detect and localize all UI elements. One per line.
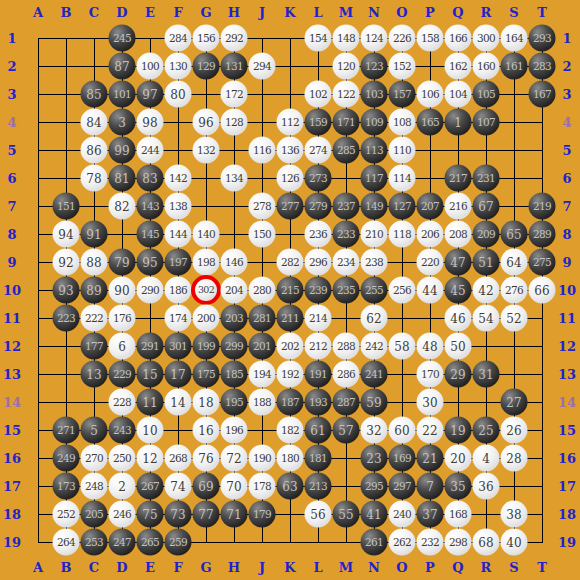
move-number: 48 (422, 340, 437, 352)
move-number: 99 (114, 144, 129, 156)
move-number: 114 (393, 173, 411, 184)
move-number: 118 (393, 229, 411, 240)
col-label-top-L: L (313, 6, 322, 19)
row-label-right-13: 13 (558, 368, 576, 381)
move-number: 246 (113, 509, 131, 520)
stone-L4: 159 (305, 109, 332, 136)
move-number: 237 (337, 201, 355, 212)
move-number: 274 (309, 145, 327, 156)
stone-N14: 59 (361, 389, 388, 416)
col-label-bottom-G: G (200, 561, 211, 574)
stone-F11: 174 (165, 305, 192, 332)
move-number: 276 (505, 285, 523, 296)
stone-E6: 83 (137, 165, 164, 192)
move-number: 143 (141, 201, 159, 212)
move-number: 76 (198, 452, 213, 464)
stone-E4: 98 (137, 109, 164, 136)
stone-K6: 126 (277, 165, 304, 192)
row-label-right-14: 14 (558, 396, 576, 409)
move-number: 94 (58, 228, 73, 240)
stone-K13: 192 (277, 361, 304, 388)
stone-B10: 93 (53, 277, 80, 304)
stone-P4: 165 (417, 109, 444, 136)
move-number: 108 (393, 117, 411, 128)
stone-G14: 18 (193, 389, 220, 416)
move-number: 191 (309, 369, 327, 380)
move-number: 142 (169, 173, 187, 184)
move-number: 173 (57, 481, 75, 492)
stone-P10: 44 (417, 277, 444, 304)
move-number: 203 (225, 313, 243, 324)
stone-F1: 284 (165, 25, 192, 52)
stone-C4: 84 (81, 109, 108, 136)
move-number: 25 (478, 424, 493, 436)
move-number: 88 (86, 256, 101, 268)
stone-C11: 222 (81, 305, 108, 332)
stone-G1: 156 (193, 25, 220, 52)
move-number: 185 (225, 369, 243, 380)
stone-E3: 97 (137, 81, 164, 108)
row-label-left-12: 12 (3, 340, 21, 353)
move-number: 107 (477, 117, 495, 128)
move-number: 238 (365, 257, 383, 268)
stone-N18: 41 (361, 501, 388, 528)
stone-P18: 37 (417, 501, 444, 528)
move-number: 7 (426, 480, 434, 492)
move-number: 116 (253, 145, 271, 156)
move-number: 17 (170, 368, 185, 380)
stone-T9: 275 (529, 249, 556, 276)
stone-O6: 114 (389, 165, 416, 192)
move-number: 131 (225, 61, 243, 72)
stone-Q11: 46 (445, 305, 472, 332)
move-number: 209 (477, 229, 495, 240)
stone-M5: 285 (333, 137, 360, 164)
stone-Q8: 208 (445, 221, 472, 248)
stone-N6: 117 (361, 165, 388, 192)
move-number: 26 (506, 424, 521, 436)
col-label-top-A: A (33, 6, 43, 19)
stone-K5: 136 (277, 137, 304, 164)
stone-F13: 17 (165, 361, 192, 388)
stone-P7: 207 (417, 193, 444, 220)
move-number: 134 (225, 173, 243, 184)
move-number: 28 (506, 452, 521, 464)
move-number: 186 (169, 285, 187, 296)
stone-R8: 209 (473, 221, 500, 248)
col-label-bottom-N: N (368, 561, 380, 574)
row-label-left-15: 15 (3, 424, 21, 437)
move-number: 222 (85, 313, 103, 324)
move-number: 178 (253, 481, 271, 492)
move-number: 112 (281, 117, 299, 128)
row-label-left-6: 6 (7, 172, 16, 185)
stone-L5: 274 (305, 137, 332, 164)
move-number: 226 (393, 33, 411, 44)
stone-O3: 157 (389, 81, 416, 108)
col-label-top-F: F (173, 6, 182, 19)
row-label-right-9: 9 (562, 256, 571, 269)
move-number: 212 (309, 341, 327, 352)
row-label-right-6: 6 (562, 172, 571, 185)
move-number: 110 (393, 145, 411, 156)
stone-M10: 235 (333, 277, 360, 304)
move-number: 280 (253, 285, 271, 296)
stone-C15: 5 (81, 417, 108, 444)
move-number: 293 (533, 33, 551, 44)
stone-B9: 92 (53, 249, 80, 276)
stone-L12: 212 (305, 333, 332, 360)
stone-B17: 173 (53, 473, 80, 500)
move-number: 56 (310, 508, 325, 520)
move-number: 220 (421, 257, 439, 268)
move-number: 205 (85, 509, 103, 520)
move-number: 292 (225, 33, 243, 44)
move-number: 208 (449, 229, 467, 240)
stone-K9: 282 (277, 249, 304, 276)
row-label-right-18: 18 (558, 508, 576, 521)
move-number: 188 (253, 397, 271, 408)
move-number: 97 (142, 88, 157, 100)
row-label-right-4: 4 (562, 116, 571, 129)
move-number: 174 (169, 313, 187, 324)
stone-P3: 106 (417, 81, 444, 108)
stone-D6: 81 (109, 165, 136, 192)
move-number: 240 (393, 509, 411, 520)
row-label-left-9: 9 (7, 256, 16, 269)
stone-L7: 279 (305, 193, 332, 220)
stone-O18: 240 (389, 501, 416, 528)
move-number: 73 (170, 508, 185, 520)
move-number: 96 (198, 116, 213, 128)
stone-N1: 124 (361, 25, 388, 52)
stone-K10: 215 (277, 277, 304, 304)
stone-F2: 130 (165, 53, 192, 80)
stone-F10: 186 (165, 277, 192, 304)
row-label-left-14: 14 (3, 396, 21, 409)
move-number: 47 (450, 256, 465, 268)
move-number: 67 (478, 200, 493, 212)
move-number: 41 (366, 508, 381, 520)
stone-M14: 287 (333, 389, 360, 416)
stone-S9: 64 (501, 249, 528, 276)
move-number: 31 (478, 368, 493, 380)
move-number: 242 (365, 341, 383, 352)
stone-T8: 289 (529, 221, 556, 248)
move-number: 144 (169, 229, 187, 240)
stone-D1: 245 (109, 25, 136, 52)
move-number: 201 (253, 341, 271, 352)
stone-Q13: 29 (445, 361, 472, 388)
stone-M1: 148 (333, 25, 360, 52)
stone-M12: 288 (333, 333, 360, 360)
move-number: 193 (309, 397, 327, 408)
move-number: 101 (113, 89, 131, 100)
stone-R4: 107 (473, 109, 500, 136)
move-number: 157 (393, 89, 411, 100)
move-number: 170 (421, 369, 439, 380)
move-number: 123 (365, 61, 383, 72)
stone-N17: 295 (361, 473, 388, 500)
move-number: 219 (533, 201, 551, 212)
stone-K15: 182 (277, 417, 304, 444)
move-number: 37 (422, 508, 437, 520)
row-label-left-18: 18 (3, 508, 21, 521)
stone-L3: 102 (305, 81, 332, 108)
move-number: 177 (85, 341, 103, 352)
stone-F9: 197 (165, 249, 192, 276)
move-number: 162 (449, 61, 467, 72)
col-label-bottom-K: K (284, 561, 295, 574)
stone-N4: 109 (361, 109, 388, 136)
stone-D19: 247 (109, 529, 136, 556)
stone-P13: 170 (417, 361, 444, 388)
stone-G4: 96 (193, 109, 220, 136)
stone-L15: 61 (305, 417, 332, 444)
move-number: 98 (142, 116, 157, 128)
stone-E19: 265 (137, 529, 164, 556)
col-label-top-K: K (284, 6, 295, 19)
stone-Q16: 20 (445, 445, 472, 472)
move-number: 278 (253, 201, 271, 212)
stone-P19: 232 (417, 529, 444, 556)
col-label-bottom-T: T (537, 561, 547, 574)
move-number: 95 (142, 256, 157, 268)
move-number: 46 (450, 312, 465, 324)
stone-O16: 169 (389, 445, 416, 472)
stone-C6: 78 (81, 165, 108, 192)
stone-D15: 243 (109, 417, 136, 444)
move-number: 195 (225, 397, 243, 408)
stone-B18: 252 (53, 501, 80, 528)
stone-J17: 178 (249, 473, 276, 500)
stone-S8: 65 (501, 221, 528, 248)
stone-N8: 210 (361, 221, 388, 248)
move-number: 199 (197, 341, 215, 352)
stone-Q17: 35 (445, 473, 472, 500)
stone-J18: 179 (249, 501, 276, 528)
move-number: 159 (309, 117, 327, 128)
col-label-top-Q: Q (452, 6, 463, 19)
move-number: 298 (449, 537, 467, 548)
stone-B11: 223 (53, 305, 80, 332)
move-number: 250 (113, 453, 131, 464)
stone-D16: 250 (109, 445, 136, 472)
move-number: 72 (226, 452, 241, 464)
row-label-left-11: 11 (3, 312, 21, 325)
last-move-stone-G10: 302 (191, 275, 221, 305)
move-number: 172 (225, 89, 243, 100)
col-label-top-O: O (396, 6, 407, 19)
stone-C5: 86 (81, 137, 108, 164)
stone-B15: 271 (53, 417, 80, 444)
move-number: 79 (114, 256, 129, 268)
stone-L6: 273 (305, 165, 332, 192)
move-number: 45 (450, 284, 465, 296)
move-number: 214 (309, 313, 327, 324)
stone-B7: 151 (53, 193, 80, 220)
move-number: 291 (141, 341, 159, 352)
col-label-bottom-S: S (509, 561, 518, 574)
move-number: 279 (309, 201, 327, 212)
move-number: 59 (366, 396, 381, 408)
move-number: 213 (309, 481, 327, 492)
move-number: 20 (450, 452, 465, 464)
move-number: 244 (141, 145, 159, 156)
stone-O17: 297 (389, 473, 416, 500)
stone-H13: 185 (221, 361, 248, 388)
stone-K17: 63 (277, 473, 304, 500)
stone-N9: 238 (361, 249, 388, 276)
move-number: 233 (337, 229, 355, 240)
move-number: 15 (142, 368, 157, 380)
col-label-bottom-D: D (116, 561, 127, 574)
go-board[interactable]: AABBCCDDEEFFGGHHJJKKLLMMNNOOPPQQRRSSTT11… (0, 0, 580, 580)
move-number: 100 (141, 61, 159, 72)
move-number: 286 (337, 369, 355, 380)
move-number: 44 (422, 284, 437, 296)
move-number: 245 (113, 33, 131, 44)
stone-D14: 228 (109, 389, 136, 416)
stone-E13: 15 (137, 361, 164, 388)
move-number: 128 (225, 117, 243, 128)
move-number: 148 (337, 33, 355, 44)
move-number: 66 (534, 284, 549, 296)
stone-N7: 149 (361, 193, 388, 220)
move-number: 105 (477, 89, 495, 100)
row-label-right-1: 1 (562, 32, 571, 45)
move-number: 138 (169, 201, 187, 212)
stone-N11: 62 (361, 305, 388, 332)
stone-E17: 267 (137, 473, 164, 500)
stone-C12: 177 (81, 333, 108, 360)
stone-M15: 57 (333, 417, 360, 444)
move-number: 21 (422, 452, 437, 464)
move-number: 215 (281, 285, 299, 296)
move-number: 90 (114, 284, 129, 296)
move-number: 122 (337, 89, 355, 100)
stone-R19: 68 (473, 529, 500, 556)
move-number: 255 (365, 285, 383, 296)
col-label-top-G: G (200, 6, 211, 19)
stone-R13: 31 (473, 361, 500, 388)
move-number: 247 (113, 537, 131, 548)
stone-K11: 211 (277, 305, 304, 332)
move-number: 290 (141, 285, 159, 296)
stone-C19: 253 (81, 529, 108, 556)
move-number: 289 (533, 229, 551, 240)
stone-L10: 239 (305, 277, 332, 304)
move-number: 22 (422, 424, 437, 436)
stone-N12: 242 (361, 333, 388, 360)
row-label-right-16: 16 (558, 452, 576, 465)
move-number: 42 (478, 284, 493, 296)
stone-H3: 172 (221, 81, 248, 108)
stone-M18: 55 (333, 501, 360, 528)
col-label-top-N: N (368, 6, 380, 19)
move-number: 300 (477, 33, 495, 44)
move-number: 161 (505, 61, 523, 72)
move-number: 252 (57, 509, 75, 520)
move-number: 35 (450, 480, 465, 492)
row-label-left-10: 10 (3, 284, 21, 297)
col-label-top-B: B (61, 6, 72, 19)
move-number: 13 (86, 368, 101, 380)
stone-O1: 226 (389, 25, 416, 52)
stone-H15: 196 (221, 417, 248, 444)
col-label-bottom-L: L (313, 561, 322, 574)
move-number: 216 (449, 201, 467, 212)
move-number: 302 (198, 285, 214, 295)
row-label-right-12: 12 (558, 340, 576, 353)
stone-G9: 198 (193, 249, 220, 276)
stone-J7: 278 (249, 193, 276, 220)
move-number: 57 (338, 424, 353, 436)
move-number: 92 (58, 256, 73, 268)
stone-K4: 112 (277, 109, 304, 136)
stone-Q6: 217 (445, 165, 472, 192)
stone-O15: 60 (389, 417, 416, 444)
stone-C18: 205 (81, 501, 108, 528)
stone-Q2: 162 (445, 53, 472, 80)
stone-S15: 26 (501, 417, 528, 444)
stone-K7: 277 (277, 193, 304, 220)
row-label-left-3: 3 (7, 88, 16, 101)
move-number: 64 (506, 256, 521, 268)
move-number: 86 (86, 144, 101, 156)
move-number: 54 (478, 312, 493, 324)
move-number: 262 (393, 537, 411, 548)
move-number: 132 (197, 145, 215, 156)
stone-Q3: 104 (445, 81, 472, 108)
stone-N13: 241 (361, 361, 388, 388)
stone-R7: 67 (473, 193, 500, 220)
move-number: 156 (197, 33, 215, 44)
move-number: 267 (141, 481, 159, 492)
stone-T3: 167 (529, 81, 556, 108)
col-label-bottom-E: E (145, 561, 155, 574)
col-label-bottom-R: R (481, 561, 492, 574)
move-number: 29 (450, 368, 465, 380)
stone-O8: 118 (389, 221, 416, 248)
move-number: 91 (86, 228, 101, 240)
move-number: 50 (450, 340, 465, 352)
move-number: 288 (337, 341, 355, 352)
move-number: 52 (506, 312, 521, 324)
stone-P17: 7 (417, 473, 444, 500)
row-label-left-17: 17 (3, 480, 21, 493)
move-number: 89 (86, 284, 101, 296)
stone-G13: 175 (193, 361, 220, 388)
stone-Q4: 1 (445, 109, 472, 136)
stone-E5: 244 (137, 137, 164, 164)
stone-M3: 122 (333, 81, 360, 108)
move-number: 3 (118, 116, 126, 128)
stone-J13: 194 (249, 361, 276, 388)
stone-N10: 255 (361, 277, 388, 304)
stone-Q15: 19 (445, 417, 472, 444)
col-label-top-E: E (145, 6, 155, 19)
move-number: 202 (281, 341, 299, 352)
stone-P15: 22 (417, 417, 444, 444)
stone-T1: 293 (529, 25, 556, 52)
stone-D18: 246 (109, 501, 136, 528)
move-number: 71 (226, 508, 241, 520)
col-label-top-M: M (339, 6, 353, 19)
col-label-top-P: P (425, 6, 435, 19)
move-number: 62 (366, 312, 381, 324)
move-number: 196 (225, 425, 243, 436)
